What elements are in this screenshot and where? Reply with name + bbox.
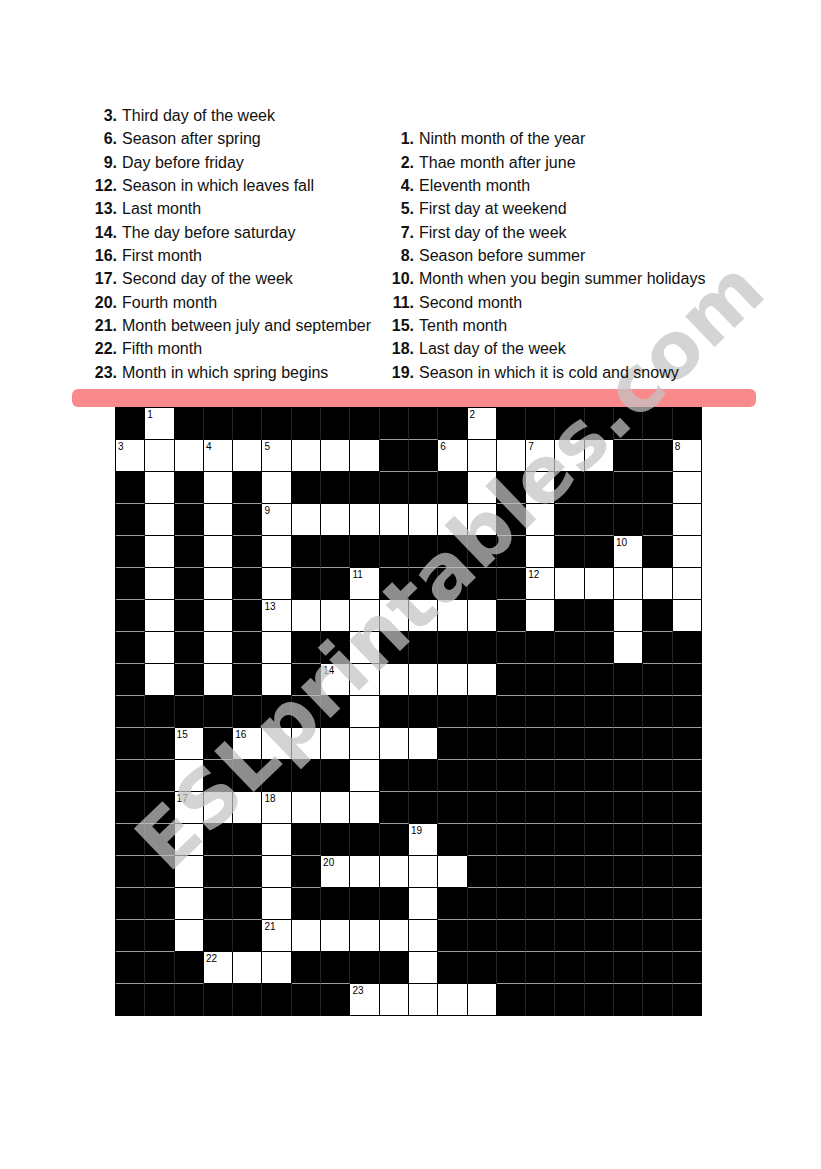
white-cell-r16c11[interactable]: [409, 888, 438, 920]
black-cell: [409, 440, 438, 472]
cell-number-8: 8: [675, 441, 681, 452]
black-cell: [380, 568, 409, 600]
black-cell: [438, 952, 467, 984]
white-cell-r2c3[interactable]: [175, 440, 204, 472]
white-cell-r7c2[interactable]: [145, 600, 174, 632]
across-clue-list: 3.Third day of the week6.Season after sp…: [88, 104, 371, 384]
white-cell-r9c2[interactable]: [145, 664, 174, 696]
across-clue-23: 23.Month in which spring begins: [88, 361, 371, 384]
clue-text: Eleventh month: [419, 174, 530, 197]
black-cell: [262, 984, 291, 1016]
white-cell-r7c15[interactable]: [526, 600, 555, 632]
black-cell: [468, 920, 497, 952]
black-cell: [321, 952, 350, 984]
white-cell-r17c11[interactable]: [409, 920, 438, 952]
white-cell-r9c11[interactable]: [409, 664, 438, 696]
white-cell-r13c5[interactable]: [233, 792, 262, 824]
black-cell: [292, 664, 321, 696]
clue-text: Season after spring: [122, 127, 261, 150]
white-cell-r4c11[interactable]: [409, 504, 438, 536]
white-cell-r4c20[interactable]: [673, 504, 702, 536]
black-cell: [321, 984, 350, 1016]
black-cell: [175, 472, 204, 504]
black-cell: [526, 952, 555, 984]
clue-text: Month in which spring begins: [122, 361, 328, 384]
divider-bar: [72, 389, 756, 407]
white-cell-r5c20[interactable]: [673, 536, 702, 568]
black-cell: [526, 728, 555, 760]
white-cell-r1c13[interactable]: 2: [468, 408, 497, 440]
black-cell: [292, 408, 321, 440]
clue-number: 17.: [88, 267, 117, 290]
black-cell: [497, 952, 526, 984]
white-cell-r11c11[interactable]: [409, 728, 438, 760]
black-cell: [468, 632, 497, 664]
black-cell: [614, 472, 643, 504]
black-cell: [292, 952, 321, 984]
cell-number-11: 11: [352, 569, 362, 580]
across-clue-17: 17.Second day of the week: [88, 267, 371, 290]
black-cell: [526, 760, 555, 792]
white-cell-r7c7[interactable]: [292, 600, 321, 632]
black-cell: [614, 920, 643, 952]
white-cell-r19c11[interactable]: [409, 984, 438, 1016]
white-cell-r2c17[interactable]: [585, 440, 614, 472]
clue-number: 4.: [385, 174, 414, 197]
cell-number-1: 1: [147, 409, 153, 420]
white-cell-r2c16[interactable]: [555, 440, 584, 472]
black-cell: [233, 568, 262, 600]
black-cell: [526, 920, 555, 952]
white-cell-r6c17[interactable]: [585, 568, 614, 600]
black-cell: [497, 792, 526, 824]
black-cell: [468, 888, 497, 920]
white-cell-r2c2[interactable]: [145, 440, 174, 472]
white-cell-r7c20[interactable]: [673, 600, 702, 632]
white-cell-r3c20[interactable]: [673, 472, 702, 504]
white-cell-r13c3[interactable]: 17: [175, 792, 204, 824]
black-cell: [643, 472, 672, 504]
black-cell: [233, 536, 262, 568]
clue-text: Season before summer: [419, 244, 585, 267]
clue-text: Thae month after june: [419, 151, 576, 174]
white-cell-r2c8[interactable]: [321, 440, 350, 472]
white-cell-r1c2[interactable]: 1: [145, 408, 174, 440]
white-cell-r7c18[interactable]: [614, 600, 643, 632]
white-cell-r2c5[interactable]: [233, 440, 262, 472]
black-cell: [643, 504, 672, 536]
clue-number: 13.: [88, 197, 117, 220]
white-cell-r2c9[interactable]: [350, 440, 379, 472]
black-cell: [643, 920, 672, 952]
white-cell-r11c9[interactable]: [350, 728, 379, 760]
white-cell-r4c12[interactable]: [438, 504, 467, 536]
clue-number: 23.: [88, 361, 117, 384]
white-cell-r4c9[interactable]: [350, 504, 379, 536]
black-cell: [673, 952, 702, 984]
white-cell-r15c3[interactable]: [175, 856, 204, 888]
black-cell: [585, 696, 614, 728]
white-cell-r2c12[interactable]: 6: [438, 440, 467, 472]
white-cell-r19c13[interactable]: [468, 984, 497, 1016]
black-cell: [614, 440, 643, 472]
black-cell: [497, 728, 526, 760]
clue-number: 7.: [385, 221, 414, 244]
black-cell: [585, 856, 614, 888]
black-cell: [468, 792, 497, 824]
cell-number-15: 15: [177, 729, 188, 740]
white-cell-r6c2[interactable]: [145, 568, 174, 600]
black-cell: [321, 760, 350, 792]
white-cell-r16c6[interactable]: [262, 888, 291, 920]
white-cell-r2c15[interactable]: 7: [526, 440, 555, 472]
white-cell-r13c9[interactable]: [350, 792, 379, 824]
white-cell-r7c10[interactable]: [380, 600, 409, 632]
white-cell-r3c15[interactable]: [526, 472, 555, 504]
white-cell-r6c16[interactable]: [555, 568, 584, 600]
black-cell: [673, 856, 702, 888]
white-cell-r17c7[interactable]: [292, 920, 321, 952]
black-cell: [233, 920, 262, 952]
white-cell-r4c4[interactable]: [204, 504, 233, 536]
white-cell-r2c20[interactable]: 8: [673, 440, 702, 472]
white-cell-r9c4[interactable]: [204, 664, 233, 696]
white-cell-r9c9[interactable]: [350, 664, 379, 696]
black-cell: [497, 984, 526, 1016]
black-cell: [321, 888, 350, 920]
white-cell-r11c3[interactable]: 15: [175, 728, 204, 760]
white-cell-r7c11[interactable]: [409, 600, 438, 632]
down-clue-5: 5.First day at weekend: [385, 197, 705, 220]
black-cell: [175, 536, 204, 568]
black-cell: [145, 728, 174, 760]
white-cell-r8c18[interactable]: [614, 632, 643, 664]
white-cell-r11c10[interactable]: [380, 728, 409, 760]
black-cell: [585, 472, 614, 504]
white-cell-r14c11[interactable]: 19: [409, 824, 438, 856]
white-cell-r2c1[interactable]: 3: [116, 440, 145, 472]
black-cell: [497, 632, 526, 664]
black-cell: [614, 664, 643, 696]
black-cell: [673, 920, 702, 952]
white-cell-r19c10[interactable]: [380, 984, 409, 1016]
white-cell-r18c11[interactable]: [409, 952, 438, 984]
black-cell: [350, 472, 379, 504]
white-cell-r7c8[interactable]: [321, 600, 350, 632]
black-cell: [380, 792, 409, 824]
black-cell: [204, 408, 233, 440]
black-cell: [497, 824, 526, 856]
across-clue-12: 12.Season in which leaves fall: [88, 174, 371, 197]
white-cell-r2c7[interactable]: [292, 440, 321, 472]
white-cell-r13c7[interactable]: [292, 792, 321, 824]
black-cell: [497, 696, 526, 728]
white-cell-r19c9[interactable]: 23: [350, 984, 379, 1016]
white-cell-r17c6[interactable]: 21: [262, 920, 291, 952]
white-cell-r8c6[interactable]: [262, 632, 291, 664]
black-cell: [145, 792, 174, 824]
white-cell-r4c7[interactable]: [292, 504, 321, 536]
clue-text: Tenth month: [419, 314, 507, 337]
white-cell-r9c10[interactable]: [380, 664, 409, 696]
black-cell: [497, 568, 526, 600]
black-cell: [145, 920, 174, 952]
black-cell: [292, 536, 321, 568]
black-cell: [438, 792, 467, 824]
clue-text: Month between july and september: [122, 314, 371, 337]
black-cell: [175, 696, 204, 728]
white-cell-r4c13[interactable]: [468, 504, 497, 536]
black-cell: [233, 696, 262, 728]
white-cell-r3c4[interactable]: [204, 472, 233, 504]
white-cell-r7c13[interactable]: [468, 600, 497, 632]
black-cell: [497, 664, 526, 696]
white-cell-r3c2[interactable]: [145, 472, 174, 504]
black-cell: [233, 664, 262, 696]
black-cell: [116, 792, 145, 824]
white-cell-r7c12[interactable]: [438, 600, 467, 632]
white-cell-r11c8[interactable]: [321, 728, 350, 760]
black-cell: [468, 824, 497, 856]
white-cell-r4c6[interactable]: 9: [262, 504, 291, 536]
white-cell-r6c9[interactable]: 11: [350, 568, 379, 600]
black-cell: [555, 888, 584, 920]
cell-number-5: 5: [264, 441, 270, 452]
cell-number-10: 10: [616, 537, 627, 548]
black-cell: [643, 760, 672, 792]
black-cell: [116, 728, 145, 760]
white-cell-r5c18[interactable]: 10: [614, 536, 643, 568]
cell-number-3: 3: [118, 441, 124, 452]
black-cell: [526, 696, 555, 728]
black-cell: [526, 984, 555, 1016]
black-cell: [468, 728, 497, 760]
white-cell-r6c20[interactable]: [673, 568, 702, 600]
white-cell-r8c4[interactable]: [204, 632, 233, 664]
black-cell: [116, 696, 145, 728]
black-cell: [116, 856, 145, 888]
black-cell: [497, 920, 526, 952]
white-cell-r6c6[interactable]: [262, 568, 291, 600]
white-cell-r9c13[interactable]: [468, 664, 497, 696]
white-cell-r7c4[interactable]: [204, 600, 233, 632]
cell-number-20: 20: [323, 857, 334, 868]
white-cell-r9c8[interactable]: 14: [321, 664, 350, 696]
black-cell: [555, 728, 584, 760]
white-cell-r6c15[interactable]: 12: [526, 568, 555, 600]
clue-text: The day before saturday: [122, 221, 295, 244]
white-cell-r15c8[interactable]: 20: [321, 856, 350, 888]
black-cell: [321, 632, 350, 664]
cell-number-21: 21: [264, 921, 275, 932]
white-cell-r18c6[interactable]: [262, 952, 291, 984]
across-clue-20: 20.Fourth month: [88, 291, 371, 314]
white-cell-r4c10[interactable]: [380, 504, 409, 536]
cell-number-23: 23: [352, 985, 363, 996]
black-cell: [438, 920, 467, 952]
white-cell-r4c2[interactable]: [145, 504, 174, 536]
black-cell: [204, 824, 233, 856]
cell-number-16: 16: [235, 729, 246, 740]
across-clue-6: 6.Season after spring: [88, 127, 371, 150]
white-cell-r12c9[interactable]: [350, 760, 379, 792]
black-cell: [380, 760, 409, 792]
black-cell: [643, 632, 672, 664]
black-cell: [643, 984, 672, 1016]
clue-number: 14.: [88, 221, 117, 244]
white-cell-r17c10[interactable]: [380, 920, 409, 952]
black-cell: [116, 760, 145, 792]
black-cell: [438, 824, 467, 856]
black-cell: [350, 888, 379, 920]
clue-text: Season in which it is cold and snowy: [419, 361, 679, 384]
white-cell-r15c12[interactable]: [438, 856, 467, 888]
white-cell-r14c3[interactable]: [175, 824, 204, 856]
black-cell: [614, 696, 643, 728]
black-cell: [204, 696, 233, 728]
white-cell-r11c5[interactable]: 16: [233, 728, 262, 760]
across-clue-9: 9.Day before friday: [88, 151, 371, 174]
white-cell-r18c4[interactable]: 22: [204, 952, 233, 984]
white-cell-r4c15[interactable]: [526, 504, 555, 536]
white-cell-r12c3[interactable]: [175, 760, 204, 792]
black-cell: [614, 952, 643, 984]
black-cell: [614, 408, 643, 440]
black-cell: [204, 920, 233, 952]
black-cell: [497, 408, 526, 440]
white-cell-r19c12[interactable]: [438, 984, 467, 1016]
black-cell: [555, 632, 584, 664]
black-cell: [585, 984, 614, 1016]
down-clue-18: 18.Last day of the week: [385, 337, 705, 360]
black-cell: [643, 888, 672, 920]
black-cell: [380, 408, 409, 440]
black-cell: [204, 760, 233, 792]
white-cell-r3c6[interactable]: [262, 472, 291, 504]
down-clue-11: 11.Second month: [385, 291, 705, 314]
black-cell: [292, 472, 321, 504]
black-cell: [204, 984, 233, 1016]
cell-number-2: 2: [470, 409, 476, 420]
black-cell: [497, 760, 526, 792]
black-cell: [673, 664, 702, 696]
black-cell: [526, 632, 555, 664]
white-cell-r4c8[interactable]: [321, 504, 350, 536]
black-cell: [409, 632, 438, 664]
clue-number: 18.: [385, 337, 414, 360]
white-cell-r13c8[interactable]: [321, 792, 350, 824]
black-cell: [585, 728, 614, 760]
white-cell-r11c7[interactable]: [292, 728, 321, 760]
black-cell: [643, 824, 672, 856]
white-cell-r17c3[interactable]: [175, 920, 204, 952]
white-cell-r2c6[interactable]: 5: [262, 440, 291, 472]
white-cell-r15c6[interactable]: [262, 856, 291, 888]
clue-text: Ninth month of the year: [419, 127, 585, 150]
white-cell-r18c5[interactable]: [233, 952, 262, 984]
white-cell-r10c9[interactable]: [350, 696, 379, 728]
white-cell-r5c4[interactable]: [204, 536, 233, 568]
white-cell-r15c9[interactable]: [350, 856, 379, 888]
black-cell: [585, 824, 614, 856]
white-cell-r6c4[interactable]: [204, 568, 233, 600]
white-cell-r2c13[interactable]: [468, 440, 497, 472]
white-cell-r5c15[interactable]: [526, 536, 555, 568]
black-cell: [145, 984, 174, 1016]
white-cell-r3c13[interactable]: [468, 472, 497, 504]
white-cell-r14c6[interactable]: [262, 824, 291, 856]
white-cell-r15c10[interactable]: [380, 856, 409, 888]
black-cell: [233, 408, 262, 440]
black-cell: [555, 760, 584, 792]
white-cell-r5c2[interactable]: [145, 536, 174, 568]
white-cell-r7c6[interactable]: 13: [262, 600, 291, 632]
white-cell-r13c4[interactable]: [204, 792, 233, 824]
white-cell-r6c19[interactable]: [643, 568, 672, 600]
white-cell-r2c14[interactable]: [497, 440, 526, 472]
black-cell: [233, 504, 262, 536]
cell-number-6: 6: [440, 441, 446, 452]
black-cell: [497, 600, 526, 632]
white-cell-r5c6[interactable]: [262, 536, 291, 568]
black-cell: [380, 536, 409, 568]
white-cell-r17c9[interactable]: [350, 920, 379, 952]
white-cell-r6c18[interactable]: [614, 568, 643, 600]
black-cell: [585, 920, 614, 952]
black-cell: [233, 984, 262, 1016]
black-cell: [526, 792, 555, 824]
white-cell-r17c8[interactable]: [321, 920, 350, 952]
black-cell: [321, 472, 350, 504]
white-cell-r13c6[interactable]: 18: [262, 792, 291, 824]
white-cell-r16c3[interactable]: [175, 888, 204, 920]
white-cell-r8c9[interactable]: [350, 632, 379, 664]
white-cell-r2c4[interactable]: 4: [204, 440, 233, 472]
black-cell: [438, 472, 467, 504]
down-clue-2: 2.Thae month after june: [385, 151, 705, 174]
clue-number: 9.: [88, 151, 117, 174]
clue-number: 6.: [88, 127, 117, 150]
black-cell: [614, 760, 643, 792]
black-cell: [555, 600, 584, 632]
black-cell: [350, 952, 379, 984]
black-cell: [468, 760, 497, 792]
black-cell: [116, 600, 145, 632]
black-cell: [321, 696, 350, 728]
white-cell-r11c6[interactable]: [262, 728, 291, 760]
black-cell: [380, 696, 409, 728]
across-clue-21: 21.Month between july and september: [88, 314, 371, 337]
clue-text: Second day of the week: [122, 267, 293, 290]
white-cell-r9c6[interactable]: [262, 664, 291, 696]
white-cell-r9c12[interactable]: [438, 664, 467, 696]
clue-text: Fifth month: [122, 337, 202, 360]
black-cell: [380, 440, 409, 472]
black-cell: [116, 536, 145, 568]
black-cell: [380, 472, 409, 504]
black-cell: [233, 600, 262, 632]
black-cell: [292, 856, 321, 888]
black-cell: [673, 728, 702, 760]
across-clue-3: 3.Third day of the week: [88, 104, 371, 127]
down-clue-8: 8.Season before summer: [385, 244, 705, 267]
black-cell: [116, 568, 145, 600]
clue-text: Month when you begin summer holidays: [419, 267, 705, 290]
black-cell: [526, 664, 555, 696]
white-cell-r8c2[interactable]: [145, 632, 174, 664]
white-cell-r15c11[interactable]: [409, 856, 438, 888]
white-cell-r7c9[interactable]: [350, 600, 379, 632]
